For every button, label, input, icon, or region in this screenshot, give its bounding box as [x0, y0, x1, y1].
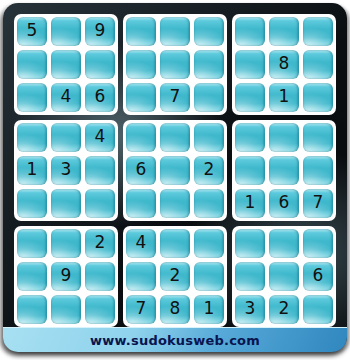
cell-r4c8[interactable]	[269, 123, 299, 152]
sudoku-page: 5946781413621672942781632 www.sudokusweb…	[0, 0, 350, 360]
clue-digit: 6	[136, 161, 147, 178]
cell-r2c1[interactable]	[17, 50, 47, 79]
cell-r7c7[interactable]	[235, 229, 265, 258]
cell-r6c4[interactable]	[126, 189, 156, 218]
cell-r1c8[interactable]	[269, 17, 299, 46]
cell-r7c2[interactable]	[51, 229, 81, 258]
cell-r3c8[interactable]: 1	[269, 83, 299, 112]
clue-digit: 3	[245, 300, 256, 317]
cell-r5c1[interactable]: 1	[17, 156, 47, 185]
clue-digit: 1	[279, 88, 290, 105]
cell-r3c5[interactable]: 7	[160, 83, 190, 112]
box-2-1: 413	[14, 120, 118, 221]
clue-digit: 2	[170, 267, 181, 284]
cell-r9c2[interactable]	[51, 295, 81, 324]
cell-r1c5[interactable]	[160, 17, 190, 46]
sudoku-panel: 5946781413621672942781632 www.sudokusweb…	[3, 3, 347, 352]
cell-r1c3[interactable]: 9	[85, 17, 115, 46]
clue-digit: 1	[204, 300, 215, 317]
box-1-3: 81	[232, 14, 336, 115]
cell-r8c2[interactable]: 9	[51, 262, 81, 291]
clue-digit: 8	[279, 55, 290, 72]
cell-r8c5[interactable]: 2	[160, 262, 190, 291]
cell-r1c4[interactable]	[126, 17, 156, 46]
clue-digit: 7	[136, 300, 147, 317]
cell-r9c9[interactable]	[303, 295, 333, 324]
clue-digit: 4	[136, 234, 147, 251]
cell-r6c6[interactable]	[194, 189, 224, 218]
cell-r3c2[interactable]: 4	[51, 83, 81, 112]
cell-r4c4[interactable]	[126, 123, 156, 152]
cell-r8c4[interactable]	[126, 262, 156, 291]
cell-r4c9[interactable]	[303, 123, 333, 152]
box-3-3: 632	[232, 226, 336, 327]
box-3-2: 42781	[123, 226, 227, 327]
box-1-1: 5946	[14, 14, 118, 115]
cell-r9c5[interactable]: 8	[160, 295, 190, 324]
cell-r8c6[interactable]	[194, 262, 224, 291]
cell-r1c7[interactable]	[235, 17, 265, 46]
cell-r6c3[interactable]	[85, 189, 115, 218]
cell-r8c8[interactable]	[269, 262, 299, 291]
cell-r5c6[interactable]: 2	[194, 156, 224, 185]
cell-r3c7[interactable]	[235, 83, 265, 112]
cell-r2c9[interactable]	[303, 50, 333, 79]
cell-r8c1[interactable]	[17, 262, 47, 291]
cell-r6c9[interactable]: 7	[303, 189, 333, 218]
cell-r3c3[interactable]: 6	[85, 83, 115, 112]
clue-digit: 9	[95, 22, 106, 39]
cell-r4c5[interactable]	[160, 123, 190, 152]
clue-digit: 9	[61, 267, 72, 284]
clue-digit: 2	[279, 300, 290, 317]
cell-r1c1[interactable]: 5	[17, 17, 47, 46]
clue-digit: 4	[61, 88, 72, 105]
clue-digit: 3	[61, 161, 72, 178]
sudoku-board: 5946781413621672942781632	[3, 3, 347, 327]
cell-r7c3[interactable]: 2	[85, 229, 115, 258]
cell-r2c2[interactable]	[51, 50, 81, 79]
cell-r7c1[interactable]	[17, 229, 47, 258]
box-3-1: 29	[14, 226, 118, 327]
cell-r5c3[interactable]	[85, 156, 115, 185]
cell-r5c8[interactable]	[269, 156, 299, 185]
cell-r2c6[interactable]	[194, 50, 224, 79]
cell-r8c7[interactable]	[235, 262, 265, 291]
cell-r7c4[interactable]: 4	[126, 229, 156, 258]
clue-digit: 7	[170, 88, 181, 105]
cell-r9c6[interactable]: 1	[194, 295, 224, 324]
cell-r5c2[interactable]: 3	[51, 156, 81, 185]
cell-r9c7[interactable]: 3	[235, 295, 265, 324]
cell-r4c2[interactable]	[51, 123, 81, 152]
cell-r4c6[interactable]	[194, 123, 224, 152]
cell-r4c7[interactable]	[235, 123, 265, 152]
clue-digit: 6	[95, 88, 106, 105]
cell-r1c9[interactable]	[303, 17, 333, 46]
cell-r8c3[interactable]	[85, 262, 115, 291]
cell-r4c3[interactable]: 4	[85, 123, 115, 152]
clue-digit: 6	[313, 267, 324, 284]
cell-r9c4[interactable]: 7	[126, 295, 156, 324]
cell-r3c4[interactable]	[126, 83, 156, 112]
cell-r5c7[interactable]	[235, 156, 265, 185]
clue-digit: 7	[313, 194, 324, 211]
cell-r2c3[interactable]	[85, 50, 115, 79]
cell-r6c5[interactable]	[160, 189, 190, 218]
cell-r7c9[interactable]	[303, 229, 333, 258]
cell-r2c8[interactable]: 8	[269, 50, 299, 79]
cell-r6c1[interactable]	[17, 189, 47, 218]
cell-r3c9[interactable]	[303, 83, 333, 112]
cell-r4c1[interactable]	[17, 123, 47, 152]
cell-r9c1[interactable]	[17, 295, 47, 324]
cell-r7c6[interactable]	[194, 229, 224, 258]
cell-r9c3[interactable]	[85, 295, 115, 324]
clue-digit: 4	[95, 128, 106, 145]
cell-r1c6[interactable]	[194, 17, 224, 46]
clue-digit: 5	[27, 22, 38, 39]
cell-r1c2[interactable]	[51, 17, 81, 46]
cell-r7c8[interactable]	[269, 229, 299, 258]
cell-r6c7[interactable]: 1	[235, 189, 265, 218]
website-url[interactable]: www.sudokusweb.com	[90, 333, 260, 348]
cell-r5c9[interactable]	[303, 156, 333, 185]
clue-digit: 2	[95, 234, 106, 251]
box-2-3: 167	[232, 120, 336, 221]
cell-r5c4[interactable]: 6	[126, 156, 156, 185]
cell-r3c1[interactable]	[17, 83, 47, 112]
cell-r6c2[interactable]	[51, 189, 81, 218]
box-1-2: 7	[123, 14, 227, 115]
cell-r6c8[interactable]: 6	[269, 189, 299, 218]
box-2-2: 62	[123, 120, 227, 221]
cell-r2c5[interactable]	[160, 50, 190, 79]
cell-r2c7[interactable]	[235, 50, 265, 79]
footer-bar: www.sudokusweb.com	[3, 327, 347, 352]
cell-r2c4[interactable]	[126, 50, 156, 79]
clue-digit: 6	[279, 194, 290, 211]
clue-digit: 2	[204, 161, 215, 178]
cell-r8c9[interactable]: 6	[303, 262, 333, 291]
clue-digit: 1	[245, 194, 256, 211]
clue-digit: 1	[27, 161, 38, 178]
cell-r5c5[interactable]	[160, 156, 190, 185]
cell-r9c8[interactable]: 2	[269, 295, 299, 324]
cell-r3c6[interactable]	[194, 83, 224, 112]
cell-r7c5[interactable]	[160, 229, 190, 258]
clue-digit: 8	[170, 300, 181, 317]
